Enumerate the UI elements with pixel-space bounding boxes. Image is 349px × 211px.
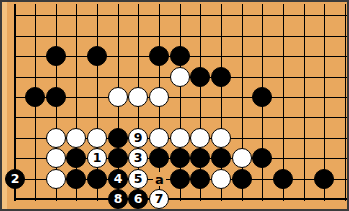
- grid-vline: [345, 4, 346, 201]
- black-stone: [149, 148, 169, 168]
- white-stone: [87, 128, 107, 148]
- white-stone-move-9: 9: [128, 128, 148, 148]
- black-stone: [190, 169, 210, 189]
- black-stone: [273, 169, 293, 189]
- black-stone-move-8: 8: [108, 189, 128, 209]
- black-stone: [66, 169, 86, 189]
- black-stone: [190, 148, 210, 168]
- black-stone: [314, 169, 334, 189]
- grid-hline: [14, 198, 349, 200]
- white-stone-move-1: 1: [87, 148, 107, 168]
- black-stone: [25, 87, 45, 107]
- white-stone: [170, 128, 190, 148]
- black-stone: [252, 148, 272, 168]
- black-stone: [66, 148, 86, 168]
- grid-hline: [14, 15, 349, 16]
- white-stone: [190, 128, 210, 148]
- black-stone: [170, 46, 190, 66]
- black-stone: [149, 46, 169, 66]
- point-label-a: a: [153, 172, 166, 186]
- white-stone: [66, 128, 86, 148]
- white-stone: [108, 87, 128, 107]
- white-stone: [211, 128, 231, 148]
- black-stone: [211, 148, 231, 168]
- white-stone: [46, 169, 66, 189]
- black-stone: [170, 148, 190, 168]
- white-stone: [211, 169, 231, 189]
- white-stone: [149, 87, 169, 107]
- grid-vline: [304, 4, 305, 201]
- white-stone-move-3: 3: [128, 148, 148, 168]
- go-diagram: 913245867a: [0, 0, 349, 211]
- white-stone-move-5: 5: [128, 169, 148, 189]
- white-stone: [46, 148, 66, 168]
- black-stone: [87, 169, 107, 189]
- white-stone: [232, 148, 252, 168]
- white-stone: [128, 87, 148, 107]
- black-stone: [46, 87, 66, 107]
- black-stone: [46, 46, 66, 66]
- white-stone: [46, 128, 66, 148]
- black-stone: [108, 148, 128, 168]
- black-stone: [211, 67, 231, 87]
- grid-hline: [14, 36, 349, 37]
- white-stone: [149, 128, 169, 148]
- black-stone-move-4: 4: [108, 169, 128, 189]
- white-stone: [170, 67, 190, 87]
- white-stone-move-7: 7: [149, 189, 169, 209]
- black-stone: [108, 128, 128, 148]
- black-stone: [190, 67, 210, 87]
- black-stone: [170, 169, 190, 189]
- black-stone-move-2: 2: [5, 169, 25, 189]
- black-stone: [232, 169, 252, 189]
- grid-hline: [14, 117, 349, 118]
- black-stone: [87, 46, 107, 66]
- black-stone-move-6: 6: [128, 189, 148, 209]
- go-board: 913245867a: [0, 0, 349, 211]
- black-stone: [252, 87, 272, 107]
